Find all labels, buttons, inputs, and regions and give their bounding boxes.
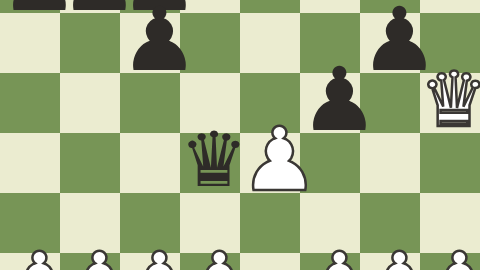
piece-white-pawn-c2[interactable]: ♟: [120, 255, 180, 270]
piece-white-pawn-a2[interactable]: ♟: [0, 255, 60, 270]
piece-black-pawn-b7[interactable]: ♟: [60, 0, 120, 10]
piece-white-pawn-d2[interactable]: ♟: [180, 255, 240, 270]
piece-black-queen-d4[interactable]: ♛: [180, 130, 240, 190]
piece-white-pawn-g2[interactable]: ♟: [360, 255, 420, 270]
chess-board: ♟♟♟♟♟♟♛♛♟♟♟♟♟♟♟♟: [0, 0, 480, 270]
pieces-layer: ♟♟♟♟♟♟♛♛♟♟♟♟♟♟♟♟: [0, 0, 480, 270]
piece-white-pawn-b2[interactable]: ♟: [60, 255, 120, 270]
piece-black-pawn-a7[interactable]: ♟: [0, 0, 60, 10]
piece-black-pawn-c6[interactable]: ♟: [120, 10, 180, 70]
piece-white-pawn-e4[interactable]: ♟: [240, 130, 300, 190]
piece-white-pawn-f2[interactable]: ♟: [300, 255, 360, 270]
piece-white-pawn-h2[interactable]: ♟: [420, 255, 480, 270]
piece-white-queen-h5[interactable]: ♛: [420, 70, 480, 130]
